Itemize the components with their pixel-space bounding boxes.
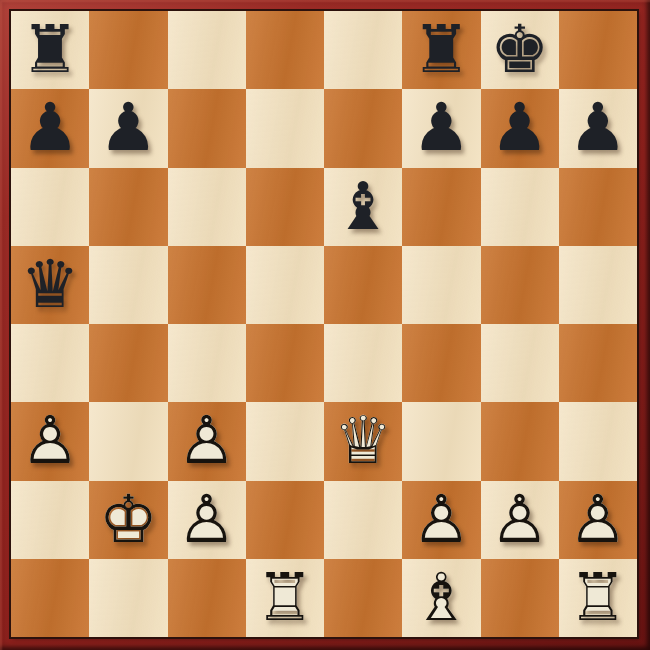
square-f8[interactable]: ♜ (402, 11, 480, 89)
white-piece-outline: ♙ (177, 408, 236, 474)
white-queen[interactable]: ♛♕ (324, 402, 402, 480)
square-b2[interactable]: ♚♔ (89, 481, 167, 559)
square-b7[interactable]: ♟ (89, 89, 167, 167)
black-rook[interactable]: ♜ (402, 11, 480, 89)
square-b6[interactable] (89, 168, 167, 246)
square-g8[interactable]: ♚ (481, 11, 559, 89)
square-a4[interactable] (11, 324, 89, 402)
square-d2[interactable] (246, 481, 324, 559)
square-h5[interactable] (559, 246, 637, 324)
black-pawn[interactable]: ♟ (89, 89, 167, 167)
white-pawn[interactable]: ♟♙ (168, 481, 246, 559)
square-c3[interactable]: ♟♙ (168, 402, 246, 480)
square-h4[interactable] (559, 324, 637, 402)
square-h1[interactable]: ♜♖ (559, 559, 637, 637)
square-d7[interactable] (246, 89, 324, 167)
white-pawn[interactable]: ♟♙ (559, 481, 637, 559)
white-piece-outline: ♖ (568, 565, 627, 631)
square-b5[interactable] (89, 246, 167, 324)
black-king[interactable]: ♚ (481, 11, 559, 89)
square-g2[interactable]: ♟♙ (481, 481, 559, 559)
square-d3[interactable] (246, 402, 324, 480)
square-e2[interactable] (324, 481, 402, 559)
square-e7[interactable] (324, 89, 402, 167)
white-piece-outline: ♙ (568, 487, 627, 553)
square-h6[interactable] (559, 168, 637, 246)
white-piece-outline: ♔ (99, 487, 158, 553)
white-piece-outline: ♙ (177, 487, 236, 553)
square-e4[interactable] (324, 324, 402, 402)
square-f2[interactable]: ♟♙ (402, 481, 480, 559)
square-a7[interactable]: ♟ (11, 89, 89, 167)
square-a8[interactable]: ♜ (11, 11, 89, 89)
square-e1[interactable] (324, 559, 402, 637)
white-piece-outline: ♙ (21, 408, 80, 474)
square-c1[interactable] (168, 559, 246, 637)
black-pawn[interactable]: ♟ (11, 89, 89, 167)
square-c5[interactable] (168, 246, 246, 324)
square-e6[interactable]: ♝ (324, 168, 402, 246)
square-c7[interactable] (168, 89, 246, 167)
square-b1[interactable] (89, 559, 167, 637)
square-b4[interactable] (89, 324, 167, 402)
square-b3[interactable] (89, 402, 167, 480)
square-c4[interactable] (168, 324, 246, 402)
square-g7[interactable]: ♟ (481, 89, 559, 167)
square-e5[interactable] (324, 246, 402, 324)
square-g4[interactable] (481, 324, 559, 402)
square-a1[interactable] (11, 559, 89, 637)
white-pawn[interactable]: ♟♙ (402, 481, 480, 559)
square-f1[interactable]: ♝♗ (402, 559, 480, 637)
square-f4[interactable] (402, 324, 480, 402)
square-h3[interactable] (559, 402, 637, 480)
white-pawn[interactable]: ♟♙ (11, 402, 89, 480)
square-c2[interactable]: ♟♙ (168, 481, 246, 559)
square-b8[interactable] (89, 11, 167, 89)
black-pawn[interactable]: ♟ (481, 89, 559, 167)
square-c8[interactable] (168, 11, 246, 89)
square-a3[interactable]: ♟♙ (11, 402, 89, 480)
white-piece-outline: ♗ (412, 565, 471, 631)
square-g1[interactable] (481, 559, 559, 637)
square-f6[interactable] (402, 168, 480, 246)
white-pawn[interactable]: ♟♙ (168, 402, 246, 480)
white-piece-outline: ♖ (255, 565, 314, 631)
chess-board: ♜♜♚♟♟♟♟♟♝♛♟♙♟♙♛♕♚♔♟♙♟♙♟♙♟♙♜♖♝♗♜♖ (11, 11, 637, 637)
square-g3[interactable] (481, 402, 559, 480)
square-d5[interactable] (246, 246, 324, 324)
square-h7[interactable]: ♟ (559, 89, 637, 167)
white-king[interactable]: ♚♔ (89, 481, 167, 559)
square-e3[interactable]: ♛♕ (324, 402, 402, 480)
white-bishop[interactable]: ♝♗ (402, 559, 480, 637)
square-a2[interactable] (11, 481, 89, 559)
square-f7[interactable]: ♟ (402, 89, 480, 167)
board-frame: ♜♜♚♟♟♟♟♟♝♛♟♙♟♙♛♕♚♔♟♙♟♙♟♙♟♙♜♖♝♗♜♖ (0, 0, 650, 650)
white-piece-outline: ♙ (412, 487, 471, 553)
black-rook[interactable]: ♜ (11, 11, 89, 89)
square-g6[interactable] (481, 168, 559, 246)
square-d1[interactable]: ♜♖ (246, 559, 324, 637)
square-c6[interactable] (168, 168, 246, 246)
square-d6[interactable] (246, 168, 324, 246)
square-f3[interactable] (402, 402, 480, 480)
black-queen[interactable]: ♛ (11, 246, 89, 324)
black-pawn[interactable]: ♟ (402, 89, 480, 167)
square-a5[interactable]: ♛ (11, 246, 89, 324)
white-piece-outline: ♙ (490, 487, 549, 553)
black-bishop[interactable]: ♝ (324, 168, 402, 246)
square-f5[interactable] (402, 246, 480, 324)
square-e8[interactable] (324, 11, 402, 89)
square-g5[interactable] (481, 246, 559, 324)
white-pawn[interactable]: ♟♙ (481, 481, 559, 559)
white-rook[interactable]: ♜♖ (559, 559, 637, 637)
white-piece-outline: ♕ (334, 408, 393, 474)
square-d8[interactable] (246, 11, 324, 89)
square-a6[interactable] (11, 168, 89, 246)
white-rook[interactable]: ♜♖ (246, 559, 324, 637)
square-h8[interactable] (559, 11, 637, 89)
square-h2[interactable]: ♟♙ (559, 481, 637, 559)
square-d4[interactable] (246, 324, 324, 402)
black-pawn[interactable]: ♟ (559, 89, 637, 167)
